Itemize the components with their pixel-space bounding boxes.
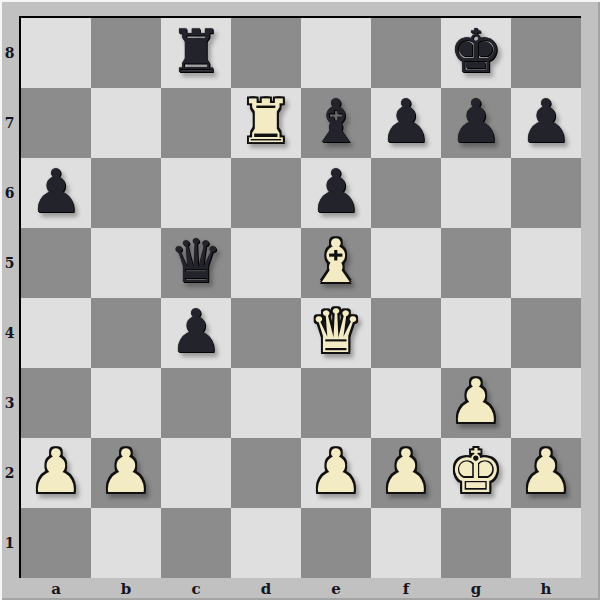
file-label-d: d xyxy=(231,579,301,598)
file-label-e: e xyxy=(301,579,371,598)
square-g2[interactable]: ♚ xyxy=(441,438,511,508)
rank-label-4: 4 xyxy=(0,298,19,368)
square-b7[interactable] xyxy=(91,88,161,158)
rank-label-5: 5 xyxy=(0,228,19,298)
square-a1[interactable] xyxy=(21,508,91,578)
piece-white-pawn[interactable]: ♟ xyxy=(449,371,503,431)
square-g4[interactable] xyxy=(441,298,511,368)
square-b2[interactable]: ♟ xyxy=(91,438,161,508)
file-label-f: f xyxy=(371,579,441,598)
square-f1[interactable] xyxy=(371,508,441,578)
square-e1[interactable] xyxy=(301,508,371,578)
file-label-h: h xyxy=(511,579,581,598)
square-c4[interactable]: ♟ xyxy=(161,298,231,368)
rank-label-7: 7 xyxy=(0,88,19,158)
square-h3[interactable] xyxy=(511,368,581,438)
square-h8[interactable] xyxy=(511,18,581,88)
piece-white-rook[interactable]: ♜ xyxy=(239,91,293,151)
square-c8[interactable]: ♜ xyxy=(161,18,231,88)
piece-black-pawn[interactable]: ♟ xyxy=(449,91,503,151)
piece-black-queen[interactable]: ♛ xyxy=(169,231,223,291)
square-d6[interactable] xyxy=(231,158,301,228)
piece-black-king[interactable]: ♚ xyxy=(449,21,503,81)
square-d8[interactable] xyxy=(231,18,301,88)
rank-label-2: 2 xyxy=(0,438,19,508)
file-labels: abcdefgh xyxy=(21,579,581,598)
piece-white-queen[interactable]: ♛ xyxy=(309,301,363,361)
square-e3[interactable] xyxy=(301,368,371,438)
piece-white-pawn[interactable]: ♟ xyxy=(29,441,83,501)
square-h7[interactable]: ♟ xyxy=(511,88,581,158)
square-g5[interactable] xyxy=(441,228,511,298)
square-g6[interactable] xyxy=(441,158,511,228)
piece-black-pawn[interactable]: ♟ xyxy=(519,91,573,151)
file-label-a: a xyxy=(21,579,91,598)
rank-label-8: 8 xyxy=(0,18,19,88)
piece-white-pawn[interactable]: ♟ xyxy=(519,441,573,501)
square-c3[interactable] xyxy=(161,368,231,438)
square-a2[interactable]: ♟ xyxy=(21,438,91,508)
piece-white-pawn[interactable]: ♟ xyxy=(309,441,363,501)
square-h4[interactable] xyxy=(511,298,581,368)
square-e7[interactable]: ♝ xyxy=(301,88,371,158)
square-d2[interactable] xyxy=(231,438,301,508)
piece-black-rook[interactable]: ♜ xyxy=(169,21,223,81)
rank-label-1: 1 xyxy=(0,508,19,578)
square-b5[interactable] xyxy=(91,228,161,298)
square-d5[interactable] xyxy=(231,228,301,298)
square-e4[interactable]: ♛ xyxy=(301,298,371,368)
file-label-g: g xyxy=(441,579,511,598)
square-c6[interactable] xyxy=(161,158,231,228)
square-f8[interactable] xyxy=(371,18,441,88)
square-a7[interactable] xyxy=(21,88,91,158)
square-b4[interactable] xyxy=(91,298,161,368)
piece-white-king[interactable]: ♚ xyxy=(449,441,503,501)
square-d1[interactable] xyxy=(231,508,301,578)
square-d4[interactable] xyxy=(231,298,301,368)
square-f4[interactable] xyxy=(371,298,441,368)
square-h2[interactable]: ♟ xyxy=(511,438,581,508)
square-e6[interactable]: ♟ xyxy=(301,158,371,228)
square-c5[interactable]: ♛ xyxy=(161,228,231,298)
square-f5[interactable] xyxy=(371,228,441,298)
piece-white-bishop[interactable]: ♝ xyxy=(309,231,363,291)
piece-black-pawn[interactable]: ♟ xyxy=(379,91,433,151)
piece-black-pawn[interactable]: ♟ xyxy=(29,161,83,221)
square-g8[interactable]: ♚ xyxy=(441,18,511,88)
square-b1[interactable] xyxy=(91,508,161,578)
file-label-b: b xyxy=(91,579,161,598)
square-e5[interactable]: ♝ xyxy=(301,228,371,298)
square-e8[interactable] xyxy=(301,18,371,88)
square-a5[interactable] xyxy=(21,228,91,298)
square-h5[interactable] xyxy=(511,228,581,298)
rank-label-3: 3 xyxy=(0,368,19,438)
square-h1[interactable] xyxy=(511,508,581,578)
board-frame: 87654321 ♜♚♜♝♟♟♟♟♟♛♝♟♛♟♟♟♟♟♚♟ abcdefgh xyxy=(0,0,600,600)
piece-white-pawn[interactable]: ♟ xyxy=(379,441,433,501)
square-b8[interactable] xyxy=(91,18,161,88)
piece-white-pawn[interactable]: ♟ xyxy=(99,441,153,501)
piece-black-pawn[interactable]: ♟ xyxy=(169,301,223,361)
square-a8[interactable] xyxy=(21,18,91,88)
chess-board: ♜♚♜♝♟♟♟♟♟♛♝♟♛♟♟♟♟♟♚♟ xyxy=(19,16,581,578)
rank-labels: 87654321 xyxy=(0,18,19,578)
square-f3[interactable] xyxy=(371,368,441,438)
piece-black-bishop[interactable]: ♝ xyxy=(309,91,363,151)
square-g7[interactable]: ♟ xyxy=(441,88,511,158)
square-b3[interactable] xyxy=(91,368,161,438)
square-a3[interactable] xyxy=(21,368,91,438)
square-b6[interactable] xyxy=(91,158,161,228)
square-c1[interactable] xyxy=(161,508,231,578)
square-e2[interactable]: ♟ xyxy=(301,438,371,508)
piece-black-pawn[interactable]: ♟ xyxy=(309,161,363,221)
square-a6[interactable]: ♟ xyxy=(21,158,91,228)
square-d3[interactable] xyxy=(231,368,301,438)
square-g3[interactable]: ♟ xyxy=(441,368,511,438)
square-f7[interactable]: ♟ xyxy=(371,88,441,158)
square-h6[interactable] xyxy=(511,158,581,228)
square-c2[interactable] xyxy=(161,438,231,508)
square-f2[interactable]: ♟ xyxy=(371,438,441,508)
square-g1[interactable] xyxy=(441,508,511,578)
square-c7[interactable] xyxy=(161,88,231,158)
file-label-c: c xyxy=(161,579,231,598)
square-f6[interactable] xyxy=(371,158,441,228)
rank-label-6: 6 xyxy=(0,158,19,228)
square-a4[interactable] xyxy=(21,298,91,368)
square-d7[interactable]: ♜ xyxy=(231,88,301,158)
